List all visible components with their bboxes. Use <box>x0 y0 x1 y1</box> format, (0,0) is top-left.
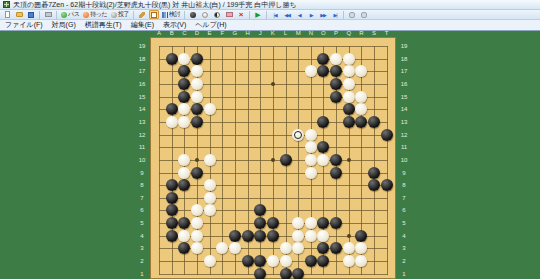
pass-button[interactable]: パス <box>60 10 80 19</box>
black-stone-R4 <box>355 230 367 242</box>
coord-number-right-17: 17 <box>398 68 410 74</box>
black-stone-L1 <box>280 268 292 279</box>
undo-button-label: 待った <box>90 10 107 19</box>
coord-number-left-13: 13 <box>136 119 148 125</box>
toolbar: パス待った投了検討×▶|◀◀◀◀▶▶▶▶| <box>0 10 540 20</box>
coord-number-right-9: 9 <box>398 170 410 176</box>
black-stone-D14 <box>191 103 203 115</box>
coord-number-right-8: 8 <box>398 182 410 188</box>
coord-number-left-3: 3 <box>136 245 148 251</box>
coord-number-left-8: 8 <box>136 182 148 188</box>
black-stone-K5 <box>267 217 279 229</box>
coord-number-left-18: 18 <box>136 56 148 62</box>
open-button[interactable] <box>14 10 24 19</box>
black-stone-O5 <box>317 217 329 229</box>
black-stone-H4 <box>242 230 254 242</box>
star-point <box>271 82 275 86</box>
white-stone-E6 <box>204 204 216 216</box>
coord-number-right-3: 3 <box>398 245 410 251</box>
eraser-icon <box>226 12 233 17</box>
white-stone-C18 <box>178 53 190 65</box>
coord-number-left-16: 16 <box>136 81 148 87</box>
coord-number-left-1: 1 <box>136 271 148 277</box>
coord-number-left-6: 6 <box>136 207 148 213</box>
coord-number-right-6: 6 <box>398 207 410 213</box>
black-stone-B5 <box>166 217 178 229</box>
black-stone-C3 <box>178 242 190 254</box>
toolbar-separator <box>39 11 40 19</box>
analyze-button[interactable]: 検討 <box>161 10 181 19</box>
black-stone-S9 <box>368 167 380 179</box>
nav-first-button[interactable]: |◀ <box>270 10 280 19</box>
white-stone-O4 <box>317 230 329 242</box>
nav-next10-button[interactable]: ▶▶ <box>318 10 328 19</box>
orange-circle-icon <box>83 12 89 18</box>
coord-number-right-18: 18 <box>398 56 410 62</box>
black-stone-C15 <box>178 91 190 103</box>
menu-replay[interactable]: 棋譜再生(T) <box>85 20 122 30</box>
last-move-marker <box>294 131 302 139</box>
coord-letter-top-J: J <box>255 30 265 36</box>
menu-view[interactable]: 表示(V) <box>163 20 186 30</box>
floppy-icon <box>28 12 34 18</box>
coord-number-left-2: 2 <box>136 258 148 264</box>
count-button[interactable] <box>212 10 222 19</box>
coord-number-left-9: 9 <box>136 170 148 176</box>
star-point <box>347 158 351 162</box>
erase-button[interactable] <box>224 10 234 19</box>
coord-letter-top-E: E <box>205 30 215 36</box>
grid-line <box>159 274 388 275</box>
printer-icon <box>45 12 52 17</box>
star-point <box>271 158 275 162</box>
coord-number-left-17: 17 <box>136 68 148 74</box>
nav-next-button[interactable]: ▶ <box>306 10 316 19</box>
coord-number-left-19: 19 <box>136 43 148 49</box>
white-stone-C10 <box>178 154 190 166</box>
coord-number-right-7: 7 <box>398 195 410 201</box>
menu-file[interactable]: ファイル(F) <box>5 20 43 30</box>
white-stone-N11 <box>305 141 317 153</box>
resign-button-label: 投了 <box>118 10 129 19</box>
app-icon <box>3 1 10 8</box>
board-background: ABCDEFGHJKLMNOPQRST191918181717161615151… <box>0 31 540 279</box>
white-stone-F3 <box>216 242 228 254</box>
coord-number-right-10: 10 <box>398 157 410 163</box>
coord-letter-top-D: D <box>192 30 202 36</box>
black-stone-C5 <box>178 217 190 229</box>
print-button[interactable] <box>43 10 53 19</box>
black-stone-C16 <box>178 78 190 90</box>
folder-icon <box>16 12 23 17</box>
coord-number-right-13: 13 <box>398 119 410 125</box>
nav-prev10-button[interactable]: ◀◀ <box>282 10 292 19</box>
coord-number-right-14: 14 <box>398 106 410 112</box>
white-stone-K2 <box>267 255 279 267</box>
black-stone-B8 <box>166 179 178 191</box>
coord-letter-top-O: O <box>318 30 328 36</box>
coord-letter-top-L: L <box>281 30 291 36</box>
rotate-button[interactable] <box>347 10 357 19</box>
white-stone-E8 <box>204 179 216 191</box>
white-stone-E10 <box>204 154 216 166</box>
black-stone-D9 <box>191 167 203 179</box>
black-stone-button[interactable] <box>188 10 198 19</box>
white-stone-C14 <box>178 103 190 115</box>
white-stone-C9 <box>178 167 190 179</box>
black-stone-P15 <box>330 91 342 103</box>
coord-letter-top-H: H <box>243 30 253 36</box>
white-stone-Q16 <box>343 78 355 90</box>
white-stone-P18 <box>330 53 342 65</box>
black-stone-O18 <box>317 53 329 65</box>
nav-first-icon: |◀ <box>273 11 276 19</box>
coord-number-left-5: 5 <box>136 220 148 226</box>
black-stone-icon <box>190 12 196 18</box>
coord-letter-top-B: B <box>167 30 177 36</box>
white-stone-Q17 <box>343 65 355 77</box>
black-stone-P10 <box>330 154 342 166</box>
white-stone-Q2 <box>343 255 355 267</box>
black-stone-C17 <box>178 65 190 77</box>
half-stone-icon <box>214 12 220 18</box>
black-stone-B7 <box>166 192 178 204</box>
coord-number-right-15: 15 <box>398 94 410 100</box>
coord-number-left-12: 12 <box>136 132 148 138</box>
titlebar: 天頂の囲碁7Zen - 62期十段戦(2)/芝野虎丸十段(黒) 対 井山裕太(白… <box>0 0 540 10</box>
black-stone-O2 <box>317 255 329 267</box>
white-stone-M3 <box>292 242 304 254</box>
white-stone-R14 <box>355 103 367 115</box>
black-stone-O3 <box>317 242 329 254</box>
black-stone-S8 <box>368 179 380 191</box>
undo-button[interactable]: 待った <box>82 10 108 19</box>
chart-icon <box>162 12 168 18</box>
coord-letter-top-S: S <box>369 30 379 36</box>
white-stone-B13 <box>166 116 178 128</box>
black-stone-M1 <box>292 268 304 279</box>
menu-edit[interactable]: 編集(E) <box>131 20 154 30</box>
black-stone-O17 <box>317 65 329 77</box>
nav-last-icon: ▶| <box>333 11 336 19</box>
white-stone-D4 <box>191 230 203 242</box>
grid-line <box>387 46 388 275</box>
misc-icon <box>349 12 355 18</box>
white-stone-D17 <box>191 65 203 77</box>
black-stone-H2 <box>242 255 254 267</box>
coord-number-right-19: 19 <box>398 43 410 49</box>
white-stone-N9 <box>305 167 317 179</box>
new-button[interactable] <box>2 10 12 19</box>
coord-number-left-7: 7 <box>136 195 148 201</box>
white-stone-button[interactable] <box>200 10 210 19</box>
white-stone-icon <box>202 12 208 18</box>
black-stone-T8 <box>381 179 393 191</box>
black-stone-O13 <box>317 116 329 128</box>
black-stone-P9 <box>330 167 342 179</box>
resign-button[interactable]: 投了 <box>110 10 130 19</box>
play-icon: ▶ <box>255 11 260 19</box>
coord-number-right-4: 4 <box>398 233 410 239</box>
toolbar-separator <box>56 11 57 19</box>
white-stone-D6 <box>191 204 203 216</box>
white-stone-L3 <box>280 242 292 254</box>
nav-next10-icon: ▶▶ <box>320 11 326 19</box>
setting-button[interactable] <box>359 10 369 19</box>
application-window: { "window": { "title": "天頂の囲碁7Zen - 62期十… <box>0 0 540 279</box>
white-stone-E14 <box>204 103 216 115</box>
star-point <box>347 234 351 238</box>
coord-letter-top-M: M <box>293 30 303 36</box>
white-stone-C13 <box>178 116 190 128</box>
black-stone-J4 <box>254 230 266 242</box>
analyze-button-label: 検討 <box>169 10 180 19</box>
toolbar-separator <box>249 11 250 19</box>
nav-next-icon: ▶ <box>310 11 313 19</box>
coord-number-left-4: 4 <box>136 233 148 239</box>
white-stone-R3 <box>355 242 367 254</box>
nav-prev-icon: ◀ <box>298 11 301 19</box>
nav-prev10-icon: ◀◀ <box>284 11 290 19</box>
black-stone-J6 <box>254 204 266 216</box>
black-stone-Q14 <box>343 103 355 115</box>
coord-number-left-14: 14 <box>136 106 148 112</box>
white-stone-C4 <box>178 230 190 242</box>
grid-line <box>159 185 388 186</box>
black-stone-D13 <box>191 116 203 128</box>
menu-help[interactable]: ヘルプ(H) <box>195 20 226 30</box>
nav-last-button[interactable]: ▶| <box>330 10 340 19</box>
coord-letter-top-T: T <box>382 30 392 36</box>
white-stone-R2 <box>355 255 367 267</box>
star-point <box>195 158 199 162</box>
delete-button[interactable]: × <box>236 10 246 19</box>
toolbar-separator <box>133 11 134 19</box>
coord-number-left-10: 10 <box>136 157 148 163</box>
black-stone-T12 <box>381 129 393 141</box>
white-stone-L2 <box>280 255 292 267</box>
white-stone-D5 <box>191 217 203 229</box>
black-stone-G4 <box>229 230 241 242</box>
white-stone-N10 <box>305 154 317 166</box>
white-stone-N12 <box>305 129 317 141</box>
white-stone-E7 <box>204 192 216 204</box>
coord-number-right-16: 16 <box>398 81 410 87</box>
black-stone-B4 <box>166 230 178 242</box>
white-stone-D16 <box>191 78 203 90</box>
white-stone-M4 <box>292 230 304 242</box>
white-stone-N5 <box>305 217 317 229</box>
black-stone-K4 <box>267 230 279 242</box>
white-stone-R15 <box>355 91 367 103</box>
black-stone-S13 <box>368 116 380 128</box>
toolbar-separator <box>184 11 185 19</box>
coord-number-right-12: 12 <box>398 132 410 138</box>
save-button[interactable] <box>26 10 36 19</box>
black-stone-N2 <box>305 255 317 267</box>
black-stone-C8 <box>178 179 190 191</box>
coord-number-right-11: 11 <box>398 144 410 150</box>
menu-game[interactable]: 対局(G) <box>52 20 76 30</box>
black-stone-B6 <box>166 204 178 216</box>
black-stone-O11 <box>317 141 329 153</box>
coord-letter-top-C: C <box>179 30 189 36</box>
play-button[interactable]: ▶ <box>253 10 263 19</box>
white-stone-Q18 <box>343 53 355 65</box>
black-stone-J5 <box>254 217 266 229</box>
black-stone-J2 <box>254 255 266 267</box>
white-stone-R17 <box>355 65 367 77</box>
toolbar-separator <box>343 11 344 19</box>
black-stone-P3 <box>330 242 342 254</box>
coord-number-left-15: 15 <box>136 94 148 100</box>
black-stone-B14 <box>166 103 178 115</box>
coord-letter-top-P: P <box>331 30 341 36</box>
black-stone-Q13 <box>343 116 355 128</box>
white-stone-D3 <box>191 242 203 254</box>
coord-letter-top-K: K <box>268 30 278 36</box>
page-icon <box>5 11 10 18</box>
black-stone-R13 <box>355 116 367 128</box>
coord-letter-top-A: A <box>154 30 164 36</box>
white-stone-E2 <box>204 255 216 267</box>
coord-number-right-2: 2 <box>398 258 410 264</box>
black-stone-L10 <box>280 154 292 166</box>
grid-line <box>159 198 388 199</box>
pass-button-label: パス <box>68 10 79 19</box>
red-x-icon: × <box>239 11 244 19</box>
black-stone-P5 <box>330 217 342 229</box>
coord-letter-top-Q: Q <box>344 30 354 36</box>
white-stone-Q15 <box>343 91 355 103</box>
black-stone-D18 <box>191 53 203 65</box>
nav-prev-button[interactable]: ◀ <box>294 10 304 19</box>
white-stone-G3 <box>229 242 241 254</box>
gray-circle-icon <box>111 12 117 18</box>
window-title: 天頂の囲碁7Zen - 62期十段戦(2)/芝野虎丸十段(黒) 対 井山裕太(白… <box>13 0 297 10</box>
grid-line <box>374 46 375 275</box>
white-stone-M5 <box>292 217 304 229</box>
green-circle-icon <box>61 12 67 18</box>
coord-letter-top-G: G <box>230 30 240 36</box>
white-stone-Q3 <box>343 242 355 254</box>
white-stone-N17 <box>305 65 317 77</box>
black-stone-J1 <box>254 268 266 279</box>
go-board[interactable] <box>150 37 396 279</box>
coord-letter-top-N: N <box>306 30 316 36</box>
coord-number-right-5: 5 <box>398 220 410 226</box>
white-stone-O10 <box>317 154 329 166</box>
draw-button[interactable] <box>137 10 147 19</box>
black-stone-P17 <box>330 65 342 77</box>
toolbar-separator <box>266 11 267 19</box>
mark-button[interactable] <box>149 10 159 19</box>
black-stone-B18 <box>166 53 178 65</box>
black-stone-P16 <box>330 78 342 90</box>
pencil-icon <box>139 12 145 18</box>
coord-number-right-1: 1 <box>398 271 410 277</box>
white-stone-D15 <box>191 91 203 103</box>
coord-number-left-11: 11 <box>136 144 148 150</box>
coord-letter-top-F: F <box>217 30 227 36</box>
white-stone-M12 <box>292 129 304 141</box>
misc-icon <box>361 12 367 18</box>
white-stone-N4 <box>305 230 317 242</box>
mark-icon <box>151 12 157 18</box>
coord-letter-top-R: R <box>356 30 366 36</box>
